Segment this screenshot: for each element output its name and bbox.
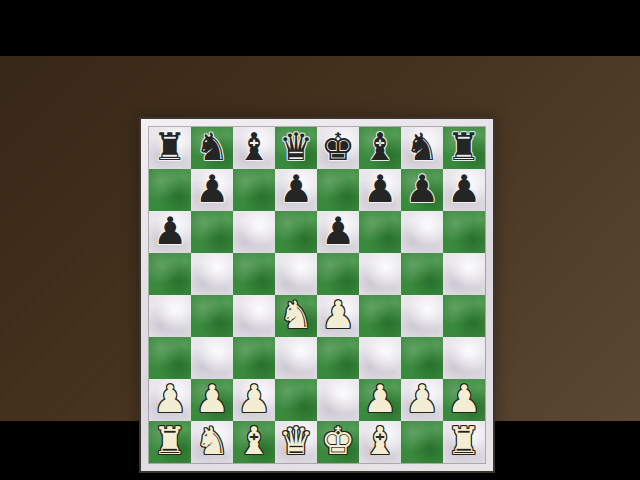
- piece-black-knight[interactable]: ♞: [195, 128, 229, 166]
- square-b5[interactable]: [191, 253, 233, 295]
- piece-black-knight[interactable]: ♞: [405, 128, 439, 166]
- square-c1[interactable]: ♝: [233, 421, 275, 463]
- letterbox-top-bar: [0, 0, 640, 56]
- square-e1[interactable]: ♚: [317, 421, 359, 463]
- square-a8[interactable]: ♜: [149, 127, 191, 169]
- square-h5[interactable]: [443, 253, 485, 295]
- square-d6[interactable]: [275, 211, 317, 253]
- piece-black-bishop[interactable]: ♝: [237, 128, 271, 166]
- square-h4[interactable]: [443, 295, 485, 337]
- background: ♜♞♝♛♚♝♞♜♟♟♟♟♟♟♟♞♟♟♟♟♟♟♟♜♞♝♛♚♝♜: [0, 56, 640, 421]
- square-h3[interactable]: [443, 337, 485, 379]
- piece-black-king[interactable]: ♚: [321, 128, 355, 166]
- square-g5[interactable]: [401, 253, 443, 295]
- piece-black-rook[interactable]: ♜: [447, 128, 481, 166]
- chess-board-frame: ♜♞♝♛♚♝♞♜♟♟♟♟♟♟♟♞♟♟♟♟♟♟♟♜♞♝♛♚♝♜: [139, 117, 495, 473]
- square-b1[interactable]: ♞: [191, 421, 233, 463]
- square-d5[interactable]: [275, 253, 317, 295]
- square-d8[interactable]: ♛: [275, 127, 317, 169]
- square-e6[interactable]: ♟: [317, 211, 359, 253]
- square-d2[interactable]: [275, 379, 317, 421]
- square-a4[interactable]: [149, 295, 191, 337]
- square-e2[interactable]: [317, 379, 359, 421]
- piece-white-pawn[interactable]: ♟: [237, 380, 271, 418]
- piece-white-rook[interactable]: ♜: [447, 422, 481, 460]
- square-a7[interactable]: [149, 169, 191, 211]
- piece-white-pawn[interactable]: ♟: [321, 296, 355, 334]
- square-f3[interactable]: [359, 337, 401, 379]
- square-c6[interactable]: [233, 211, 275, 253]
- piece-black-pawn[interactable]: ♟: [321, 212, 355, 250]
- square-b7[interactable]: ♟: [191, 169, 233, 211]
- piece-black-pawn[interactable]: ♟: [153, 212, 187, 250]
- piece-white-knight[interactable]: ♞: [195, 422, 229, 460]
- square-e3[interactable]: [317, 337, 359, 379]
- square-b3[interactable]: [191, 337, 233, 379]
- square-b6[interactable]: [191, 211, 233, 253]
- chess-board[interactable]: ♜♞♝♛♚♝♞♜♟♟♟♟♟♟♟♞♟♟♟♟♟♟♟♜♞♝♛♚♝♜: [149, 127, 485, 463]
- piece-white-queen[interactable]: ♛: [279, 422, 313, 460]
- square-a1[interactable]: ♜: [149, 421, 191, 463]
- square-g6[interactable]: [401, 211, 443, 253]
- piece-white-pawn[interactable]: ♟: [447, 380, 481, 418]
- piece-black-pawn[interactable]: ♟: [447, 170, 481, 208]
- piece-white-knight[interactable]: ♞: [279, 296, 313, 334]
- square-e5[interactable]: [317, 253, 359, 295]
- square-g4[interactable]: [401, 295, 443, 337]
- square-e8[interactable]: ♚: [317, 127, 359, 169]
- square-d4[interactable]: ♞: [275, 295, 317, 337]
- piece-white-king[interactable]: ♚: [321, 422, 355, 460]
- square-d1[interactable]: ♛: [275, 421, 317, 463]
- square-a3[interactable]: [149, 337, 191, 379]
- square-f1[interactable]: ♝: [359, 421, 401, 463]
- square-c2[interactable]: ♟: [233, 379, 275, 421]
- piece-black-pawn[interactable]: ♟: [405, 170, 439, 208]
- square-e4[interactable]: ♟: [317, 295, 359, 337]
- square-b4[interactable]: [191, 295, 233, 337]
- piece-white-pawn[interactable]: ♟: [363, 380, 397, 418]
- square-f2[interactable]: ♟: [359, 379, 401, 421]
- square-a6[interactable]: ♟: [149, 211, 191, 253]
- square-c5[interactable]: [233, 253, 275, 295]
- piece-black-queen[interactable]: ♛: [279, 128, 313, 166]
- piece-white-pawn[interactable]: ♟: [195, 380, 229, 418]
- square-f8[interactable]: ♝: [359, 127, 401, 169]
- square-h8[interactable]: ♜: [443, 127, 485, 169]
- square-f5[interactable]: [359, 253, 401, 295]
- piece-black-pawn[interactable]: ♟: [195, 170, 229, 208]
- piece-black-rook[interactable]: ♜: [153, 128, 187, 166]
- square-e7[interactable]: [317, 169, 359, 211]
- piece-black-pawn[interactable]: ♟: [363, 170, 397, 208]
- square-f6[interactable]: [359, 211, 401, 253]
- square-h1[interactable]: ♜: [443, 421, 485, 463]
- square-h2[interactable]: ♟: [443, 379, 485, 421]
- square-g1[interactable]: [401, 421, 443, 463]
- piece-white-bishop[interactable]: ♝: [237, 422, 271, 460]
- square-b8[interactable]: ♞: [191, 127, 233, 169]
- square-c8[interactable]: ♝: [233, 127, 275, 169]
- square-c3[interactable]: [233, 337, 275, 379]
- square-b2[interactable]: ♟: [191, 379, 233, 421]
- piece-white-pawn[interactable]: ♟: [405, 380, 439, 418]
- piece-white-bishop[interactable]: ♝: [363, 422, 397, 460]
- piece-white-pawn[interactable]: ♟: [153, 380, 187, 418]
- square-h6[interactable]: [443, 211, 485, 253]
- square-c7[interactable]: [233, 169, 275, 211]
- square-f7[interactable]: ♟: [359, 169, 401, 211]
- square-a2[interactable]: ♟: [149, 379, 191, 421]
- square-c4[interactable]: [233, 295, 275, 337]
- piece-black-pawn[interactable]: ♟: [279, 170, 313, 208]
- square-g8[interactable]: ♞: [401, 127, 443, 169]
- square-g7[interactable]: ♟: [401, 169, 443, 211]
- square-g2[interactable]: ♟: [401, 379, 443, 421]
- square-d7[interactable]: ♟: [275, 169, 317, 211]
- square-a5[interactable]: [149, 253, 191, 295]
- square-g3[interactable]: [401, 337, 443, 379]
- piece-white-rook[interactable]: ♜: [153, 422, 187, 460]
- square-d3[interactable]: [275, 337, 317, 379]
- video-frame: ♜♞♝♛♚♝♞♜♟♟♟♟♟♟♟♞♟♟♟♟♟♟♟♜♞♝♛♚♝♜: [0, 0, 640, 480]
- piece-black-bishop[interactable]: ♝: [363, 128, 397, 166]
- square-f4[interactable]: [359, 295, 401, 337]
- square-h7[interactable]: ♟: [443, 169, 485, 211]
